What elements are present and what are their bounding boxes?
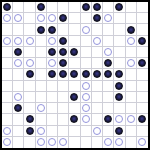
cell-r7c9[interactable] — [103, 81, 114, 92]
white-circle — [138, 138, 146, 146]
white-circle — [82, 115, 90, 123]
cell-r0c6[interactable] — [69, 2, 80, 13]
cell-r6c9[interactable] — [103, 69, 114, 80]
cell-r3c6[interactable] — [69, 36, 80, 47]
white-circle — [82, 26, 90, 34]
cell-r0c3[interactable] — [36, 2, 47, 13]
cell-r9c9[interactable] — [103, 103, 114, 114]
white-circle — [14, 14, 22, 22]
cell-r2c0[interactable] — [2, 24, 13, 35]
cell-r5c6[interactable] — [69, 58, 80, 69]
cell-r10c0[interactable] — [2, 114, 13, 125]
cell-r0c9[interactable] — [103, 2, 114, 13]
black-circle — [104, 59, 112, 67]
cell-r10c1[interactable] — [13, 114, 24, 125]
black-circle — [104, 70, 112, 78]
cell-r10c7[interactable] — [81, 114, 92, 125]
black-circle — [3, 3, 11, 11]
cell-r6c12[interactable] — [137, 69, 148, 80]
cell-r10c6[interactable] — [69, 114, 80, 125]
cell-r8c7[interactable] — [81, 92, 92, 103]
cell-r7c1[interactable] — [13, 81, 24, 92]
cell-r8c12[interactable] — [137, 92, 148, 103]
cell-r4c1[interactable] — [13, 47, 24, 58]
white-circle — [104, 48, 112, 56]
black-circle — [115, 127, 123, 135]
white-circle — [37, 14, 45, 22]
cell-r3c5[interactable] — [58, 36, 69, 47]
cell-r1c0[interactable] — [2, 13, 13, 24]
white-circle — [115, 138, 123, 146]
white-circle — [127, 37, 135, 45]
cell-r1c2[interactable] — [24, 13, 35, 24]
cell-r12c12[interactable] — [137, 137, 148, 148]
white-circle — [93, 127, 101, 135]
cell-r9c8[interactable] — [92, 103, 103, 114]
cell-r10c12[interactable] — [137, 114, 148, 125]
white-circle — [82, 82, 90, 90]
cell-r4c6[interactable] — [69, 47, 80, 58]
cell-r8c9[interactable] — [103, 92, 114, 103]
cell-r12c4[interactable] — [47, 137, 58, 148]
cell-r4c5[interactable] — [58, 47, 69, 58]
cell-r2c8[interactable] — [92, 24, 103, 35]
cell-r0c0[interactable] — [2, 2, 13, 13]
black-circle — [59, 48, 67, 56]
cell-r11c9[interactable] — [103, 126, 114, 137]
cell-r12c5[interactable] — [58, 137, 69, 148]
black-circle — [138, 115, 146, 123]
cell-r4c4[interactable] — [47, 47, 58, 58]
cell-r10c3[interactable] — [36, 114, 47, 125]
cell-r8c4[interactable] — [47, 92, 58, 103]
cell-r7c0[interactable] — [2, 81, 13, 92]
cell-r12c1[interactable] — [13, 137, 24, 148]
white-circle — [93, 37, 101, 45]
black-circle — [59, 14, 67, 22]
cell-r12c0[interactable] — [2, 137, 13, 148]
cell-r7c8[interactable] — [92, 81, 103, 92]
cell-r7c4[interactable] — [47, 81, 58, 92]
white-circle — [3, 127, 11, 135]
cell-r12c2[interactable] — [24, 137, 35, 148]
cell-r6c3[interactable] — [36, 69, 47, 80]
cell-r11c4[interactable] — [47, 126, 58, 137]
white-circle — [82, 93, 90, 101]
black-circle — [138, 37, 146, 45]
cell-r2c9[interactable] — [103, 24, 114, 35]
cell-r1c3[interactable] — [36, 13, 47, 24]
black-circle — [82, 70, 90, 78]
black-circle — [70, 70, 78, 78]
black-circle — [138, 59, 146, 67]
white-circle — [3, 14, 11, 22]
white-circle — [3, 37, 11, 45]
black-circle — [59, 37, 67, 45]
cell-r11c0[interactable] — [2, 126, 13, 137]
cell-r7c7[interactable] — [81, 81, 92, 92]
cell-r3c11[interactable] — [126, 36, 137, 47]
cell-r0c1[interactable] — [13, 2, 24, 13]
cell-r10c11[interactable] — [126, 114, 137, 125]
cell-r0c10[interactable] — [114, 2, 125, 13]
cell-r6c0[interactable] — [2, 69, 13, 80]
cell-r5c2[interactable] — [24, 58, 35, 69]
cell-r12c10[interactable] — [114, 137, 125, 148]
cell-r9c6[interactable] — [69, 103, 80, 114]
white-circle — [127, 115, 135, 123]
black-circle — [70, 48, 78, 56]
cell-r9c7[interactable] — [81, 103, 92, 114]
cell-r7c6[interactable] — [69, 81, 80, 92]
cell-r6c10[interactable] — [114, 69, 125, 80]
cell-r1c10[interactable] — [114, 13, 125, 24]
cell-r11c5[interactable] — [58, 126, 69, 137]
cell-r10c8[interactable] — [92, 114, 103, 125]
cell-r7c12[interactable] — [137, 81, 148, 92]
cell-r9c0[interactable] — [2, 103, 13, 114]
cell-r1c11[interactable] — [126, 13, 137, 24]
cell-r6c8[interactable] — [92, 69, 103, 80]
cell-r2c11[interactable] — [126, 24, 137, 35]
cell-r9c10[interactable] — [114, 103, 125, 114]
cell-r3c8[interactable] — [92, 36, 103, 47]
cell-r7c10[interactable] — [114, 81, 125, 92]
cell-r4c2[interactable] — [24, 47, 35, 58]
cell-r3c2[interactable] — [24, 36, 35, 47]
cell-r4c8[interactable] — [92, 47, 103, 58]
cell-r8c11[interactable] — [126, 92, 137, 103]
cell-r2c7[interactable] — [81, 24, 92, 35]
cell-r9c11[interactable] — [126, 103, 137, 114]
cell-r5c0[interactable] — [2, 58, 13, 69]
cell-r2c3[interactable] — [36, 24, 47, 35]
black-circle — [26, 70, 34, 78]
cell-r11c12[interactable] — [137, 126, 148, 137]
cell-r1c1[interactable] — [13, 13, 24, 24]
cell-r3c3[interactable] — [36, 36, 47, 47]
cell-r0c5[interactable] — [58, 2, 69, 13]
cell-r11c10[interactable] — [114, 126, 125, 137]
cell-r8c10[interactable] — [114, 92, 125, 103]
cell-r8c8[interactable] — [92, 92, 103, 103]
cell-r12c8[interactable] — [92, 137, 103, 148]
cell-r3c1[interactable] — [13, 36, 24, 47]
black-circle — [37, 26, 45, 34]
cell-r2c6[interactable] — [69, 24, 80, 35]
black-circle — [26, 115, 34, 123]
cell-r1c9[interactable] — [103, 13, 114, 24]
cell-r0c2[interactable] — [24, 2, 35, 13]
cell-r1c4[interactable] — [47, 13, 58, 24]
black-circle — [70, 93, 78, 101]
black-circle — [104, 115, 112, 123]
black-circle — [48, 70, 56, 78]
black-circle — [48, 26, 56, 34]
cell-r3c12[interactable] — [137, 36, 148, 47]
cell-r10c5[interactable] — [58, 114, 69, 125]
cell-r8c6[interactable] — [69, 92, 80, 103]
black-circle — [115, 70, 123, 78]
white-circle — [3, 138, 11, 146]
cell-r4c3[interactable] — [36, 47, 47, 58]
cell-r8c1[interactable] — [13, 92, 24, 103]
black-circle — [59, 59, 67, 67]
cell-r3c7[interactable] — [81, 36, 92, 47]
cell-r9c1[interactable] — [13, 103, 24, 114]
cell-r7c3[interactable] — [36, 81, 47, 92]
cell-r0c7[interactable] — [81, 2, 92, 13]
puzzle-page — [0, 0, 150, 150]
cell-r11c1[interactable] — [13, 126, 24, 137]
cell-r9c4[interactable] — [47, 103, 58, 114]
cell-r4c7[interactable] — [81, 47, 92, 58]
cell-r3c9[interactable] — [103, 36, 114, 47]
cell-r5c3[interactable] — [36, 58, 47, 69]
cell-r11c11[interactable] — [126, 126, 137, 137]
cell-r3c10[interactable] — [114, 36, 125, 47]
cell-r2c2[interactable] — [24, 24, 35, 35]
cell-r7c11[interactable] — [126, 81, 137, 92]
cell-r6c1[interactable] — [13, 69, 24, 80]
cell-r8c0[interactable] — [2, 92, 13, 103]
cell-r4c11[interactable] — [126, 47, 137, 58]
cell-r3c4[interactable] — [47, 36, 58, 47]
cell-r11c6[interactable] — [69, 126, 80, 137]
cell-r3c0[interactable] — [2, 36, 13, 47]
cell-r10c4[interactable] — [47, 114, 58, 125]
cell-r6c11[interactable] — [126, 69, 137, 80]
cell-r8c5[interactable] — [58, 92, 69, 103]
black-circle — [115, 3, 123, 11]
cell-r6c2[interactable] — [24, 69, 35, 80]
cell-r12c7[interactable] — [81, 137, 92, 148]
cell-r2c4[interactable] — [47, 24, 58, 35]
cell-r10c9[interactable] — [103, 114, 114, 125]
black-circle — [93, 3, 101, 11]
white-circle — [59, 138, 67, 146]
black-circle — [37, 3, 45, 11]
white-circle — [14, 37, 22, 45]
cell-r1c8[interactable] — [92, 13, 103, 24]
black-circle — [127, 26, 135, 34]
cell-r2c12[interactable] — [137, 24, 148, 35]
cell-r12c9[interactable] — [103, 137, 114, 148]
cell-r10c2[interactable] — [24, 114, 35, 125]
cell-r9c2[interactable] — [24, 103, 35, 114]
cell-r11c2[interactable] — [24, 126, 35, 137]
white-circle — [48, 37, 56, 45]
cell-r8c2[interactable] — [24, 92, 35, 103]
white-circle — [48, 14, 56, 22]
cell-r1c7[interactable] — [81, 13, 92, 24]
cell-r8c3[interactable] — [36, 92, 47, 103]
black-circle — [48, 48, 56, 56]
cell-r5c5[interactable] — [58, 58, 69, 69]
cell-r7c5[interactable] — [58, 81, 69, 92]
cell-r1c5[interactable] — [58, 13, 69, 24]
cell-r1c6[interactable] — [69, 13, 80, 24]
cell-r4c9[interactable] — [103, 47, 114, 58]
cell-r5c9[interactable] — [103, 58, 114, 69]
black-circle — [93, 70, 101, 78]
cell-r6c7[interactable] — [81, 69, 92, 80]
cell-r5c12[interactable] — [137, 58, 148, 69]
cell-r5c7[interactable] — [81, 58, 92, 69]
cell-r0c4[interactable] — [47, 2, 58, 13]
white-circle — [37, 138, 45, 146]
black-circle — [115, 93, 123, 101]
cell-r0c8[interactable] — [92, 2, 103, 13]
cell-r0c12[interactable] — [137, 2, 148, 13]
cell-r6c5[interactable] — [58, 69, 69, 80]
cell-r9c3[interactable] — [36, 103, 47, 114]
cell-r6c6[interactable] — [69, 69, 80, 80]
black-circle — [115, 82, 123, 90]
white-circle — [26, 37, 34, 45]
cell-r5c4[interactable] — [47, 58, 58, 69]
black-circle — [14, 48, 22, 56]
white-circle — [26, 59, 34, 67]
black-circle — [14, 104, 22, 112]
cell-r5c1[interactable] — [13, 58, 24, 69]
white-circle — [82, 104, 90, 112]
cell-r7c2[interactable] — [24, 81, 35, 92]
cell-r11c3[interactable] — [36, 126, 47, 137]
cell-r5c11[interactable] — [126, 58, 137, 69]
cell-r1c12[interactable] — [137, 13, 148, 24]
white-circle — [37, 104, 45, 112]
cell-r4c12[interactable] — [137, 47, 148, 58]
cell-r11c8[interactable] — [92, 126, 103, 137]
cell-r5c8[interactable] — [92, 58, 103, 69]
cell-r4c0[interactable] — [2, 47, 13, 58]
black-circle — [70, 115, 78, 123]
black-circle — [82, 3, 90, 11]
cell-r12c11[interactable] — [126, 137, 137, 148]
white-circle — [127, 59, 135, 67]
white-circle — [14, 93, 22, 101]
cell-r4c10[interactable] — [114, 47, 125, 58]
cell-r2c5[interactable] — [58, 24, 69, 35]
cell-r0c11[interactable] — [126, 2, 137, 13]
white-circle — [37, 127, 45, 135]
black-circle — [93, 14, 101, 22]
white-circle — [115, 115, 123, 123]
white-circle — [14, 59, 22, 67]
cell-r12c3[interactable] — [36, 137, 47, 148]
cell-r9c12[interactable] — [137, 103, 148, 114]
cell-r2c10[interactable] — [114, 24, 125, 35]
cell-r9c5[interactable] — [58, 103, 69, 114]
cell-r10c10[interactable] — [114, 114, 125, 125]
black-circle — [26, 127, 34, 135]
puzzle-board — [0, 0, 150, 150]
cell-r5c10[interactable] — [114, 58, 125, 69]
white-circle — [104, 14, 112, 22]
cell-r12c6[interactable] — [69, 137, 80, 148]
white-circle — [104, 138, 112, 146]
cell-r11c7[interactable] — [81, 126, 92, 137]
white-circle — [48, 138, 56, 146]
black-circle — [59, 70, 67, 78]
white-circle — [48, 59, 56, 67]
cell-r6c4[interactable] — [47, 69, 58, 80]
cell-r2c1[interactable] — [13, 24, 24, 35]
